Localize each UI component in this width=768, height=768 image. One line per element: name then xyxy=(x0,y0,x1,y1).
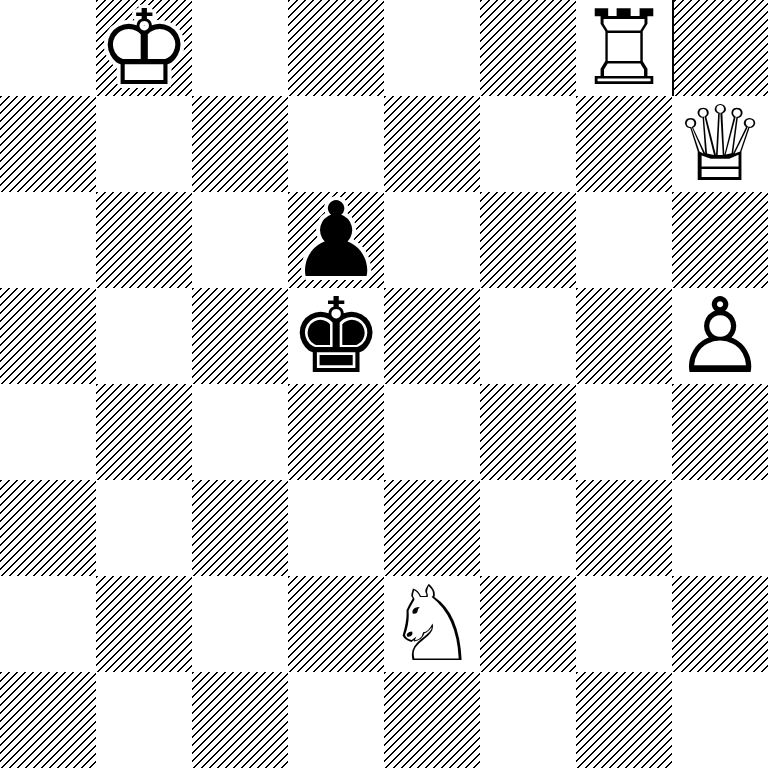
square-h2[interactable] xyxy=(672,576,768,672)
square-d1[interactable] xyxy=(288,672,384,768)
square-h5[interactable]: ♟♙ xyxy=(672,288,768,384)
square-g8[interactable]: ♜♖ xyxy=(576,0,672,96)
square-d7[interactable] xyxy=(288,96,384,192)
square-e4[interactable] xyxy=(384,384,480,480)
square-b7[interactable] xyxy=(96,96,192,192)
square-f2[interactable] xyxy=(480,576,576,672)
black-king-icon: ♚ xyxy=(288,288,384,384)
square-e8[interactable] xyxy=(384,0,480,96)
square-g7[interactable] xyxy=(576,96,672,192)
square-b2[interactable] xyxy=(96,576,192,672)
square-g2[interactable] xyxy=(576,576,672,672)
square-f6[interactable] xyxy=(480,192,576,288)
square-h4[interactable] xyxy=(672,384,768,480)
white-knight-icon: ♘ xyxy=(384,576,480,672)
square-a7[interactable] xyxy=(0,96,96,192)
square-d3[interactable] xyxy=(288,480,384,576)
square-d2[interactable] xyxy=(288,576,384,672)
square-d8[interactable] xyxy=(288,0,384,96)
square-b6[interactable] xyxy=(96,192,192,288)
white-pawn-icon: ♙ xyxy=(672,288,768,384)
square-c5[interactable] xyxy=(192,288,288,384)
piece-white-pawn[interactable]: ♟♙ xyxy=(672,288,768,384)
square-e5[interactable] xyxy=(384,288,480,384)
square-h3[interactable] xyxy=(672,480,768,576)
square-a2[interactable] xyxy=(0,576,96,672)
white-queen-icon: ♕ xyxy=(672,96,768,192)
square-e7[interactable] xyxy=(384,96,480,192)
piece-white-rook[interactable]: ♜♖ xyxy=(576,0,672,96)
square-b1[interactable] xyxy=(96,672,192,768)
square-c4[interactable] xyxy=(192,384,288,480)
chessboard: ♚♔♜♖♛♕♟♟♚♚♟♙♞♘ xyxy=(0,0,768,768)
square-g1[interactable] xyxy=(576,672,672,768)
square-c1[interactable] xyxy=(192,672,288,768)
square-g5[interactable] xyxy=(576,288,672,384)
square-d5[interactable]: ♚♚ xyxy=(288,288,384,384)
square-a6[interactable] xyxy=(0,192,96,288)
square-b8[interactable]: ♚♔ xyxy=(96,0,192,96)
square-c8[interactable] xyxy=(192,0,288,96)
square-f3[interactable] xyxy=(480,480,576,576)
square-b3[interactable] xyxy=(96,480,192,576)
square-g3[interactable] xyxy=(576,480,672,576)
square-e6[interactable] xyxy=(384,192,480,288)
square-d4[interactable] xyxy=(288,384,384,480)
square-f4[interactable] xyxy=(480,384,576,480)
white-rook-icon: ♖ xyxy=(576,0,672,96)
square-c2[interactable] xyxy=(192,576,288,672)
square-b4[interactable] xyxy=(96,384,192,480)
square-d6[interactable]: ♟♟ xyxy=(288,192,384,288)
square-c3[interactable] xyxy=(192,480,288,576)
square-f1[interactable] xyxy=(480,672,576,768)
piece-white-queen[interactable]: ♛♕ xyxy=(672,96,768,192)
square-f7[interactable] xyxy=(480,96,576,192)
square-f5[interactable] xyxy=(480,288,576,384)
piece-white-knight[interactable]: ♞♘ xyxy=(384,576,480,672)
white-king-icon: ♔ xyxy=(96,0,192,96)
square-e3[interactable] xyxy=(384,480,480,576)
piece-black-pawn[interactable]: ♟♟ xyxy=(288,192,384,288)
square-h1[interactable] xyxy=(672,672,768,768)
square-a5[interactable] xyxy=(0,288,96,384)
piece-black-king[interactable]: ♚♚ xyxy=(288,288,384,384)
square-h6[interactable] xyxy=(672,192,768,288)
square-h8[interactable] xyxy=(672,0,768,96)
square-a8[interactable] xyxy=(0,0,96,96)
square-a4[interactable] xyxy=(0,384,96,480)
square-f8[interactable] xyxy=(480,0,576,96)
square-c7[interactable] xyxy=(192,96,288,192)
square-e2[interactable]: ♞♘ xyxy=(384,576,480,672)
square-a1[interactable] xyxy=(0,672,96,768)
black-pawn-icon: ♟ xyxy=(288,192,384,288)
square-c6[interactable] xyxy=(192,192,288,288)
square-g6[interactable] xyxy=(576,192,672,288)
square-g4[interactable] xyxy=(576,384,672,480)
square-a3[interactable] xyxy=(0,480,96,576)
square-b5[interactable] xyxy=(96,288,192,384)
square-e1[interactable] xyxy=(384,672,480,768)
piece-white-king[interactable]: ♚♔ xyxy=(96,0,192,96)
square-h7[interactable]: ♛♕ xyxy=(672,96,768,192)
